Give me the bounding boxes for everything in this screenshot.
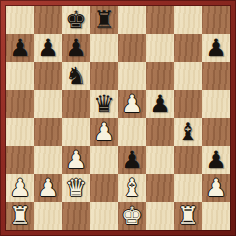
square-b7[interactable]: ♟ (34, 34, 62, 62)
square-c6[interactable]: ♞ (62, 62, 90, 90)
piece-black-pawn-a7: ♟ (6, 34, 34, 62)
square-a2[interactable]: ♟ (6, 174, 34, 202)
square-g2[interactable] (174, 174, 202, 202)
square-e8[interactable] (118, 6, 146, 34)
square-g4[interactable]: ♝ (174, 118, 202, 146)
square-c2[interactable]: ♛ (62, 174, 90, 202)
square-d2[interactable] (90, 174, 118, 202)
piece-white-pawn-e5: ♟ (118, 90, 146, 118)
square-h6[interactable] (202, 62, 230, 90)
square-e1[interactable]: ♚ (118, 202, 146, 230)
square-a3[interactable] (6, 146, 34, 174)
piece-black-queen-d5: ♛ (90, 90, 118, 118)
square-g7[interactable] (174, 34, 202, 62)
square-h2[interactable]: ♟ (202, 174, 230, 202)
square-a5[interactable] (6, 90, 34, 118)
square-g5[interactable] (174, 90, 202, 118)
piece-black-king-c8: ♚ (62, 6, 90, 34)
square-c1[interactable] (62, 202, 90, 230)
square-d4[interactable]: ♟ (90, 118, 118, 146)
square-f4[interactable] (146, 118, 174, 146)
square-a7[interactable]: ♟ (6, 34, 34, 62)
piece-black-pawn-b7: ♟ (34, 34, 62, 62)
square-d7[interactable] (90, 34, 118, 62)
square-e4[interactable] (118, 118, 146, 146)
square-g3[interactable] (174, 146, 202, 174)
piece-black-pawn-h3: ♟ (202, 146, 230, 174)
square-b8[interactable] (34, 6, 62, 34)
piece-black-pawn-h7: ♟ (202, 34, 230, 62)
square-e2[interactable]: ♝ (118, 174, 146, 202)
chess-board: ♚♜♟♟♟♟♞♛♟♟♟♝♟♟♟♟♟♛♝♟♜♚♜ (6, 6, 230, 230)
piece-white-pawn-c3: ♟ (62, 146, 90, 174)
square-d5[interactable]: ♛ (90, 90, 118, 118)
piece-white-bishop-e2: ♝ (118, 174, 146, 202)
square-a1[interactable]: ♜ (6, 202, 34, 230)
piece-white-pawn-a2: ♟ (6, 174, 34, 202)
square-b5[interactable] (34, 90, 62, 118)
square-h1[interactable] (202, 202, 230, 230)
piece-black-pawn-f5: ♟ (146, 90, 174, 118)
square-c7[interactable]: ♟ (62, 34, 90, 62)
square-e5[interactable]: ♟ (118, 90, 146, 118)
piece-black-knight-c6: ♞ (62, 62, 90, 90)
piece-black-rook-d8: ♜ (90, 6, 118, 34)
square-b3[interactable] (34, 146, 62, 174)
square-h7[interactable]: ♟ (202, 34, 230, 62)
square-a6[interactable] (6, 62, 34, 90)
square-f8[interactable] (146, 6, 174, 34)
piece-white-king-e1: ♚ (118, 202, 146, 230)
board-frame: ♚♜♟♟♟♟♞♛♟♟♟♝♟♟♟♟♟♛♝♟♜♚♜ (0, 0, 236, 236)
square-h4[interactable] (202, 118, 230, 146)
square-f2[interactable] (146, 174, 174, 202)
square-c8[interactable]: ♚ (62, 6, 90, 34)
piece-white-rook-g1: ♜ (174, 202, 202, 230)
square-c5[interactable] (62, 90, 90, 118)
square-f7[interactable] (146, 34, 174, 62)
square-g8[interactable] (174, 6, 202, 34)
piece-white-rook-a1: ♜ (6, 202, 34, 230)
square-d3[interactable] (90, 146, 118, 174)
piece-black-pawn-e3: ♟ (118, 146, 146, 174)
square-a8[interactable] (6, 6, 34, 34)
square-c4[interactable] (62, 118, 90, 146)
square-a4[interactable] (6, 118, 34, 146)
square-h8[interactable] (202, 6, 230, 34)
square-f3[interactable] (146, 146, 174, 174)
square-d1[interactable] (90, 202, 118, 230)
square-g1[interactable]: ♜ (174, 202, 202, 230)
piece-white-pawn-b2: ♟ (34, 174, 62, 202)
square-d8[interactable]: ♜ (90, 6, 118, 34)
piece-black-bishop-g4: ♝ (174, 118, 202, 146)
square-g6[interactable] (174, 62, 202, 90)
square-h5[interactable] (202, 90, 230, 118)
piece-white-pawn-d4: ♟ (90, 118, 118, 146)
piece-black-pawn-c7: ♟ (62, 34, 90, 62)
square-b2[interactable]: ♟ (34, 174, 62, 202)
square-b4[interactable] (34, 118, 62, 146)
square-f5[interactable]: ♟ (146, 90, 174, 118)
square-f6[interactable] (146, 62, 174, 90)
square-b6[interactable] (34, 62, 62, 90)
square-c3[interactable]: ♟ (62, 146, 90, 174)
square-d6[interactable] (90, 62, 118, 90)
square-e3[interactable]: ♟ (118, 146, 146, 174)
square-e6[interactable] (118, 62, 146, 90)
square-b1[interactable] (34, 202, 62, 230)
square-h3[interactable]: ♟ (202, 146, 230, 174)
piece-white-pawn-h2: ♟ (202, 174, 230, 202)
square-f1[interactable] (146, 202, 174, 230)
square-e7[interactable] (118, 34, 146, 62)
piece-white-queen-c2: ♛ (62, 174, 90, 202)
